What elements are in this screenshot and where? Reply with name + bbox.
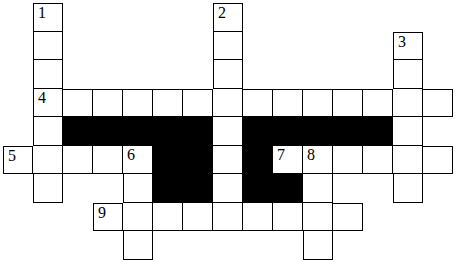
black-cell-r4c10 bbox=[303, 117, 333, 146]
clue-number-2: 2 bbox=[218, 4, 226, 22]
black-cell-r4c11 bbox=[333, 117, 363, 146]
cell-r6c4[interactable] bbox=[123, 174, 153, 203]
cell-r1c7[interactable] bbox=[213, 32, 243, 61]
cell-r7c4[interactable] bbox=[123, 203, 153, 232]
black-cell-r4c9 bbox=[273, 117, 303, 146]
cell-r7c10[interactable] bbox=[303, 203, 333, 232]
clue-number-5: 5 bbox=[8, 147, 16, 165]
cell-r6c13[interactable] bbox=[393, 174, 423, 203]
cell-r4c1[interactable] bbox=[33, 117, 63, 146]
cell-r5c2[interactable] bbox=[63, 146, 93, 175]
black-cell-r4c2 bbox=[63, 117, 93, 146]
black-cell-r6c8 bbox=[243, 174, 273, 203]
cell-r3c6[interactable] bbox=[183, 89, 213, 118]
cell-r6c1[interactable] bbox=[33, 174, 63, 203]
black-cell-r5c8 bbox=[243, 146, 273, 175]
cell-r3c10[interactable] bbox=[303, 89, 333, 118]
cell-r5c10[interactable]: 8 bbox=[303, 146, 333, 175]
black-cell-r6c6 bbox=[183, 174, 213, 203]
cell-r6c10[interactable] bbox=[303, 174, 333, 203]
cell-r3c4[interactable] bbox=[123, 89, 153, 118]
cell-r3c7[interactable] bbox=[213, 89, 243, 118]
cell-r7c11[interactable] bbox=[333, 203, 363, 232]
cell-r7c8[interactable] bbox=[243, 203, 273, 232]
cell-r5c3[interactable] bbox=[93, 146, 123, 175]
black-cell-r6c9 bbox=[273, 174, 303, 203]
crossword-grid: 123456789 bbox=[3, 3, 453, 260]
cell-r5c0[interactable]: 5 bbox=[3, 146, 33, 175]
cell-r0c7[interactable]: 2 bbox=[213, 3, 243, 32]
cell-r7c7[interactable] bbox=[213, 203, 243, 232]
clue-number-8: 8 bbox=[307, 146, 315, 164]
cell-r3c13[interactable] bbox=[393, 89, 423, 118]
cell-r5c4[interactable]: 6 bbox=[123, 146, 153, 175]
cell-r5c13[interactable] bbox=[393, 146, 423, 175]
cell-r5c1[interactable] bbox=[33, 146, 63, 175]
cell-r5c11[interactable] bbox=[333, 146, 363, 175]
cell-r3c5[interactable] bbox=[153, 89, 183, 118]
black-cell-r4c5 bbox=[153, 117, 183, 146]
cell-r2c13[interactable] bbox=[393, 60, 423, 89]
cell-r3c11[interactable] bbox=[333, 89, 363, 118]
cell-r7c6[interactable] bbox=[183, 203, 213, 232]
black-cell-r4c4 bbox=[123, 117, 153, 146]
cell-r5c9[interactable]: 7 bbox=[273, 146, 303, 175]
black-cell-r4c8 bbox=[243, 117, 273, 146]
cell-r4c7[interactable] bbox=[213, 117, 243, 146]
clue-number-1: 1 bbox=[38, 4, 46, 22]
cell-r3c9[interactable] bbox=[273, 89, 303, 118]
cell-r3c14[interactable] bbox=[423, 89, 453, 118]
cell-r3c8[interactable] bbox=[243, 89, 273, 118]
black-cell-r5c6 bbox=[183, 146, 213, 175]
cell-r3c2[interactable] bbox=[63, 89, 93, 118]
black-cell-r5c5 bbox=[153, 146, 183, 175]
cell-r3c3[interactable] bbox=[93, 89, 123, 118]
clue-number-7: 7 bbox=[277, 146, 285, 164]
cell-r6c7[interactable] bbox=[213, 174, 243, 203]
black-cell-r4c3 bbox=[93, 117, 123, 146]
cell-r2c7[interactable] bbox=[213, 60, 243, 89]
cell-r5c7[interactable] bbox=[213, 146, 243, 175]
cell-r3c1[interactable]: 4 bbox=[33, 89, 63, 118]
cell-r0c1[interactable]: 1 bbox=[33, 3, 63, 32]
cell-r4c13[interactable] bbox=[393, 117, 423, 146]
clue-number-3: 3 bbox=[398, 33, 406, 51]
cell-r5c12[interactable] bbox=[363, 146, 393, 175]
cell-r3c12[interactable] bbox=[363, 89, 393, 118]
clue-number-9: 9 bbox=[98, 204, 106, 222]
cell-r5c14[interactable] bbox=[423, 146, 453, 175]
cell-r1c1[interactable] bbox=[33, 32, 63, 61]
cell-r8c10[interactable] bbox=[303, 231, 333, 260]
cell-r7c5[interactable] bbox=[153, 203, 183, 232]
black-cell-r6c5 bbox=[153, 174, 183, 203]
cell-r8c4[interactable] bbox=[123, 231, 153, 260]
cell-r1c13[interactable]: 3 bbox=[393, 32, 423, 61]
black-cell-r4c12 bbox=[363, 117, 393, 146]
clue-number-6: 6 bbox=[127, 146, 135, 164]
cell-r7c3[interactable]: 9 bbox=[93, 203, 123, 232]
cell-r2c1[interactable] bbox=[33, 60, 63, 89]
black-cell-r4c6 bbox=[183, 117, 213, 146]
clue-number-4: 4 bbox=[38, 89, 46, 107]
cell-r7c9[interactable] bbox=[273, 203, 303, 232]
